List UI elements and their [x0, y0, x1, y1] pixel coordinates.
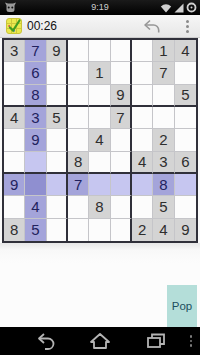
- cell-r3c9[interactable]: 5: [175, 85, 196, 107]
- cell-r1c1[interactable]: 3: [4, 40, 25, 62]
- overflow-menu-icon: [186, 20, 189, 23]
- menu-dots-button[interactable]: [184, 327, 198, 355]
- cell-r2c9[interactable]: [175, 62, 196, 84]
- cell-r2c2[interactable]: 6: [25, 62, 46, 84]
- back-icon: [35, 332, 56, 350]
- pop-button[interactable]: Pop: [167, 285, 197, 327]
- cell-r6c9[interactable]: 6: [175, 152, 196, 174]
- cell-r6c1[interactable]: [4, 152, 25, 174]
- undo-button[interactable]: [142, 19, 161, 34]
- cell-r4c5[interactable]: [89, 107, 110, 129]
- cell-r4c1[interactable]: 4: [4, 107, 25, 129]
- cell-r9c1[interactable]: 8: [4, 219, 25, 241]
- cell-r4c9[interactable]: [175, 107, 196, 129]
- cell-r5c8[interactable]: 2: [153, 129, 174, 151]
- cell-r8c9[interactable]: [175, 196, 196, 218]
- cell-r9c3[interactable]: [47, 219, 68, 241]
- cell-r4c8[interactable]: [153, 107, 174, 129]
- cell-r8c5[interactable]: 8: [89, 196, 110, 218]
- cell-r8c7[interactable]: [132, 196, 153, 218]
- cell-r3c8[interactable]: [153, 85, 174, 107]
- cell-r9c6[interactable]: [111, 219, 132, 241]
- cell-r8c4[interactable]: [68, 196, 89, 218]
- cell-r3c2[interactable]: 8: [25, 85, 46, 107]
- phone-screen: 9:19 00:26: [0, 0, 200, 355]
- cell-r5c7[interactable]: [132, 129, 153, 151]
- cell-r7c3[interactable]: [47, 174, 68, 196]
- cell-r7c5[interactable]: [89, 174, 110, 196]
- cell-r1c9[interactable]: 4: [175, 40, 196, 62]
- cell-r2c5[interactable]: 1: [89, 62, 110, 84]
- cell-r2c3[interactable]: [47, 62, 68, 84]
- cell-r3c4[interactable]: [68, 85, 89, 107]
- cell-r6c7[interactable]: 4: [132, 152, 153, 174]
- cell-r6c6[interactable]: [111, 152, 132, 174]
- battery-icon: [186, 2, 197, 13]
- cell-r7c2[interactable]: [25, 174, 46, 196]
- signal-icon: [174, 3, 184, 13]
- cell-r2c4[interactable]: [68, 62, 89, 84]
- cell-r3c3[interactable]: [47, 85, 68, 107]
- cell-r9c4[interactable]: [68, 219, 89, 241]
- cell-r3c5[interactable]: [89, 85, 110, 107]
- cell-r6c4[interactable]: 8: [68, 152, 89, 174]
- cell-r9c5[interactable]: [89, 219, 110, 241]
- cell-r4c6[interactable]: 7: [111, 107, 132, 129]
- sudoku-app-icon: [6, 18, 22, 34]
- cell-r8c1[interactable]: [4, 196, 25, 218]
- undo-icon: [142, 19, 161, 34]
- home-button[interactable]: [80, 327, 120, 355]
- status-bar: 9:19: [0, 0, 200, 15]
- cell-r1c7[interactable]: [132, 40, 153, 62]
- game-timer: 00:26: [27, 19, 57, 33]
- cell-r7c7[interactable]: [132, 174, 153, 196]
- cell-r1c5[interactable]: [89, 40, 110, 62]
- cell-r1c3[interactable]: 9: [47, 40, 68, 62]
- cell-r3c6[interactable]: 9: [111, 85, 132, 107]
- recents-button[interactable]: [135, 327, 175, 355]
- cell-r5c2[interactable]: 9: [25, 129, 46, 151]
- cell-r7c9[interactable]: [175, 174, 196, 196]
- wifi-icon: [160, 3, 172, 13]
- navigation-bar: [0, 327, 200, 355]
- cell-r8c3[interactable]: [47, 196, 68, 218]
- cell-r8c2[interactable]: 4: [25, 196, 46, 218]
- cell-r7c4[interactable]: 7: [68, 174, 89, 196]
- cell-r5c4[interactable]: [68, 129, 89, 151]
- cell-r9c2[interactable]: 5: [25, 219, 46, 241]
- cell-r5c5[interactable]: 4: [89, 129, 110, 151]
- cell-r8c6[interactable]: [111, 196, 132, 218]
- cell-r4c4[interactable]: [68, 107, 89, 129]
- cell-r6c3[interactable]: [47, 152, 68, 174]
- cell-r7c6[interactable]: [111, 174, 132, 196]
- cell-r3c1[interactable]: [4, 85, 25, 107]
- cell-r2c1[interactable]: [4, 62, 25, 84]
- home-icon: [89, 332, 111, 350]
- recents-icon: [145, 332, 166, 350]
- cell-r2c8[interactable]: 7: [153, 62, 174, 84]
- cell-r8c8[interactable]: 5: [153, 196, 174, 218]
- lower-panel: Pop: [0, 243, 200, 327]
- cell-r5c6[interactable]: [111, 129, 132, 151]
- cell-r9c8[interactable]: 4: [153, 219, 174, 241]
- menu-dots-icon: [190, 335, 193, 338]
- cell-r9c9[interactable]: 9: [175, 219, 196, 241]
- cell-r2c6[interactable]: [111, 62, 132, 84]
- cell-r5c1[interactable]: [4, 129, 25, 151]
- cell-r6c8[interactable]: 3: [153, 152, 174, 174]
- cell-r6c2[interactable]: [25, 152, 46, 174]
- status-icons: [160, 0, 197, 15]
- cell-r6c5[interactable]: [89, 152, 110, 174]
- sudoku-board: 379146178954357942843697848585249: [2, 38, 198, 243]
- cell-r5c9[interactable]: [175, 129, 196, 151]
- back-button[interactable]: [25, 327, 65, 355]
- cell-r1c2[interactable]: 7: [25, 40, 46, 62]
- cell-r4c7[interactable]: [132, 107, 153, 129]
- action-bar: 00:26: [0, 15, 200, 38]
- cell-r1c8[interactable]: 1: [153, 40, 174, 62]
- cell-r4c3[interactable]: 5: [47, 107, 68, 129]
- cell-r3c7[interactable]: [132, 85, 153, 107]
- cell-r4c2[interactable]: 3: [25, 107, 46, 129]
- cell-r7c1[interactable]: 9: [4, 174, 25, 196]
- cell-r7c8[interactable]: 8: [153, 174, 174, 196]
- cell-r1c4[interactable]: [68, 40, 89, 62]
- cell-r1c6[interactable]: [111, 40, 132, 62]
- cell-r5c3[interactable]: [47, 129, 68, 151]
- cell-r9c7[interactable]: 2: [132, 219, 153, 241]
- cell-r2c7[interactable]: [132, 62, 153, 84]
- overflow-menu-button[interactable]: [183, 17, 192, 36]
